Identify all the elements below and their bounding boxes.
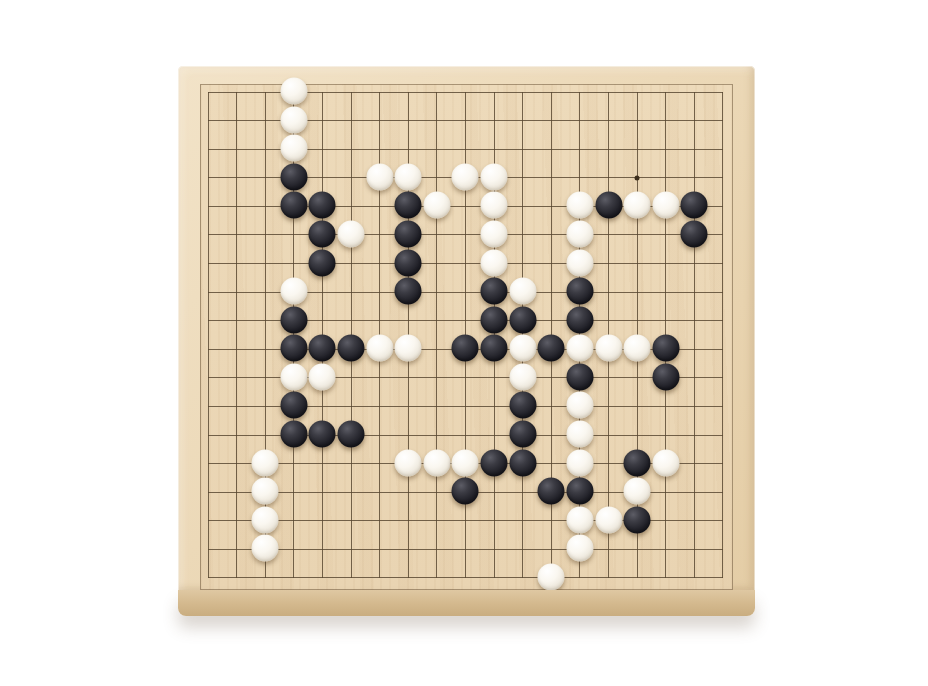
stone-white[interactable] [624, 192, 651, 219]
grid-line-horizontal [208, 577, 724, 578]
stone-black[interactable] [681, 220, 708, 247]
stone-black[interactable] [280, 306, 307, 333]
stone-black[interactable] [309, 335, 336, 362]
stone-white[interactable] [309, 363, 336, 390]
stone-white[interactable] [252, 449, 279, 476]
stone-white[interactable] [252, 506, 279, 533]
stone-black[interactable] [395, 220, 422, 247]
stone-white[interactable] [566, 421, 593, 448]
grid-line-vertical [694, 92, 695, 579]
board-front-side [178, 590, 755, 616]
stone-white[interactable] [566, 192, 593, 219]
stone-black[interactable] [509, 392, 536, 419]
stone-white[interactable] [395, 335, 422, 362]
stone-black[interactable] [309, 421, 336, 448]
stone-white[interactable] [280, 363, 307, 390]
stone-white[interactable] [595, 506, 622, 533]
stone-black[interactable] [309, 249, 336, 276]
stone-white[interactable] [624, 335, 651, 362]
stone-black[interactable] [481, 335, 508, 362]
grid-line-vertical [436, 92, 437, 579]
stone-black[interactable] [481, 449, 508, 476]
stone-black[interactable] [566, 478, 593, 505]
stone-white[interactable] [566, 535, 593, 562]
stone-white[interactable] [566, 506, 593, 533]
stone-black[interactable] [652, 335, 679, 362]
board-surface[interactable] [200, 84, 733, 590]
stone-black[interactable] [481, 278, 508, 305]
stone-white[interactable] [624, 478, 651, 505]
stone-white[interactable] [481, 192, 508, 219]
stone-white[interactable] [566, 335, 593, 362]
stone-black[interactable] [280, 335, 307, 362]
stone-white[interactable] [280, 78, 307, 105]
stone-white[interactable] [252, 535, 279, 562]
stone-white[interactable] [538, 563, 565, 590]
stone-white[interactable] [252, 478, 279, 505]
stone-black[interactable] [309, 192, 336, 219]
stone-white[interactable] [481, 220, 508, 247]
stone-black[interactable] [509, 306, 536, 333]
stone-black[interactable] [280, 421, 307, 448]
stone-black[interactable] [481, 306, 508, 333]
stone-black[interactable] [538, 478, 565, 505]
stone-white[interactable] [280, 106, 307, 133]
grid-line-vertical [236, 92, 237, 579]
stone-white[interactable] [509, 278, 536, 305]
stone-black[interactable] [338, 335, 365, 362]
stone-white[interactable] [366, 163, 393, 190]
stone-white[interactable] [509, 363, 536, 390]
stone-black[interactable] [338, 421, 365, 448]
grid-line-horizontal [208, 263, 724, 264]
stone-white[interactable] [366, 335, 393, 362]
stone-white[interactable] [423, 449, 450, 476]
stone-white[interactable] [481, 163, 508, 190]
stone-white[interactable] [395, 449, 422, 476]
stone-black[interactable] [566, 363, 593, 390]
stone-white[interactable] [452, 449, 479, 476]
stone-white[interactable] [452, 163, 479, 190]
stone-black[interactable] [452, 335, 479, 362]
go-board-frame [178, 66, 755, 592]
stone-black[interactable] [595, 192, 622, 219]
stone-black[interactable] [624, 449, 651, 476]
stone-white[interactable] [509, 335, 536, 362]
grid-line-vertical [722, 92, 723, 579]
stone-black[interactable] [624, 506, 651, 533]
stone-black[interactable] [538, 335, 565, 362]
stone-black[interactable] [566, 278, 593, 305]
stone-white[interactable] [566, 449, 593, 476]
stone-white[interactable] [338, 220, 365, 247]
stone-black[interactable] [280, 163, 307, 190]
stone-white[interactable] [652, 449, 679, 476]
stone-black[interactable] [309, 220, 336, 247]
stone-black[interactable] [681, 192, 708, 219]
grid-line-vertical [208, 92, 209, 579]
stone-black[interactable] [395, 192, 422, 219]
stone-white[interactable] [566, 220, 593, 247]
stone-white[interactable] [280, 135, 307, 162]
photo-scene [0, 0, 928, 686]
stone-black[interactable] [652, 363, 679, 390]
stone-white[interactable] [595, 335, 622, 362]
stone-black[interactable] [280, 392, 307, 419]
stone-white[interactable] [566, 392, 593, 419]
stone-white[interactable] [481, 249, 508, 276]
stone-black[interactable] [395, 249, 422, 276]
stone-black[interactable] [566, 306, 593, 333]
stone-white[interactable] [423, 192, 450, 219]
stone-black[interactable] [395, 278, 422, 305]
grid-line-horizontal [208, 549, 724, 550]
stone-white[interactable] [395, 163, 422, 190]
stone-black[interactable] [452, 478, 479, 505]
star-point [635, 175, 640, 180]
stone-black[interactable] [509, 449, 536, 476]
stone-white[interactable] [652, 192, 679, 219]
stone-black[interactable] [280, 192, 307, 219]
stone-black[interactable] [509, 421, 536, 448]
stone-white[interactable] [566, 249, 593, 276]
grid-line-horizontal [208, 234, 724, 235]
stone-white[interactable] [280, 278, 307, 305]
